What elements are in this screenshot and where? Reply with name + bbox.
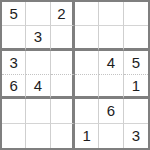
cell-r6c2[interactable] <box>26 124 50 148</box>
cell-r6c3[interactable] <box>51 124 75 148</box>
cell-r5c3[interactable] <box>51 99 75 123</box>
cell-r6c5[interactable] <box>99 124 123 148</box>
cell-r6c4[interactable]: 1 <box>75 124 99 148</box>
cell-r2c3[interactable] <box>51 26 75 50</box>
cell-digit: 1 <box>82 128 90 143</box>
cell-r1c6[interactable] <box>124 2 148 26</box>
cell-r6c1[interactable] <box>2 124 26 148</box>
cell-r1c3[interactable]: 2 <box>51 2 75 26</box>
cell-digit: 3 <box>132 128 140 143</box>
cell-r3c6[interactable]: 5 <box>124 51 148 75</box>
cell-digit: 3 <box>9 55 17 70</box>
cell-r5c6[interactable] <box>124 99 148 123</box>
cell-r6c6[interactable]: 3 <box>124 124 148 148</box>
sudoku-board: 523345641613 <box>0 0 150 150</box>
cell-r3c4[interactable] <box>75 51 99 75</box>
cell-digit: 1 <box>132 78 140 93</box>
cell-r5c5[interactable]: 6 <box>99 99 123 123</box>
cell-r5c1[interactable] <box>2 99 26 123</box>
cell-digit: 3 <box>34 29 42 44</box>
cell-r2c4[interactable] <box>75 26 99 50</box>
cell-digit: 6 <box>107 103 115 118</box>
cell-r4c1[interactable]: 6 <box>2 75 26 99</box>
cell-digit: 4 <box>34 78 42 93</box>
cell-digit: 5 <box>9 6 17 21</box>
cell-r3c3[interactable] <box>51 51 75 75</box>
cell-r4c5[interactable] <box>99 75 123 99</box>
cell-r1c4[interactable] <box>75 2 99 26</box>
cell-r1c5[interactable] <box>99 2 123 26</box>
cell-digit: 6 <box>9 78 17 93</box>
cell-r1c1[interactable]: 5 <box>2 2 26 26</box>
cell-r4c4[interactable] <box>75 75 99 99</box>
cell-digit: 4 <box>107 55 115 70</box>
cell-r3c5[interactable]: 4 <box>99 51 123 75</box>
cell-r4c6[interactable]: 1 <box>124 75 148 99</box>
cell-r4c3[interactable] <box>51 75 75 99</box>
cell-r2c6[interactable] <box>124 26 148 50</box>
cell-r2c5[interactable] <box>99 26 123 50</box>
cell-r5c2[interactable] <box>26 99 50 123</box>
cell-r3c2[interactable] <box>26 51 50 75</box>
cell-r2c1[interactable] <box>2 26 26 50</box>
cell-digit: 2 <box>57 6 65 21</box>
cell-r1c2[interactable] <box>26 2 50 26</box>
cell-r3c1[interactable]: 3 <box>2 51 26 75</box>
cell-r4c2[interactable]: 4 <box>26 75 50 99</box>
cell-r5c4[interactable] <box>75 99 99 123</box>
cell-digit: 5 <box>132 55 140 70</box>
cell-r2c2[interactable]: 3 <box>26 26 50 50</box>
